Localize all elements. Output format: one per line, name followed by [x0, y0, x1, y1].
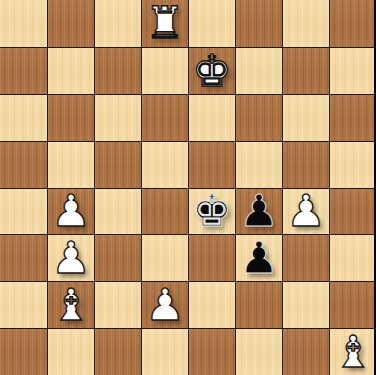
- piece-white-bishop[interactable]: ♝: [51, 283, 90, 327]
- piece-white-rook[interactable]: ♜: [145, 1, 184, 45]
- square-f7[interactable]: [235, 47, 282, 94]
- square-e8[interactable]: [188, 0, 235, 47]
- square-c6[interactable]: [94, 94, 141, 141]
- square-f8[interactable]: [235, 0, 282, 47]
- square-f2[interactable]: [235, 281, 282, 328]
- square-a6[interactable]: [0, 94, 47, 141]
- square-e7[interactable]: ♚: [188, 47, 235, 94]
- square-c8[interactable]: [94, 0, 141, 47]
- square-d3[interactable]: [141, 234, 188, 281]
- square-b4[interactable]: ♟: [47, 188, 94, 235]
- square-h1[interactable]: ♝: [329, 328, 376, 375]
- square-c7[interactable]: [94, 47, 141, 94]
- square-b5[interactable]: [47, 141, 94, 188]
- square-a5[interactable]: [0, 141, 47, 188]
- piece-black-king[interactable]: ♚: [192, 189, 231, 233]
- square-d1[interactable]: [141, 328, 188, 375]
- square-c2[interactable]: [94, 281, 141, 328]
- square-g8[interactable]: [282, 0, 329, 47]
- piece-white-pawn[interactable]: ♟: [286, 189, 325, 233]
- square-b3[interactable]: ♟: [47, 234, 94, 281]
- piece-white-pawn[interactable]: ♟: [51, 236, 90, 280]
- square-g1[interactable]: [282, 328, 329, 375]
- square-g4[interactable]: ♟: [282, 188, 329, 235]
- square-c5[interactable]: [94, 141, 141, 188]
- square-a4[interactable]: [0, 188, 47, 235]
- square-b7[interactable]: [47, 47, 94, 94]
- square-e2[interactable]: [188, 281, 235, 328]
- chess-board: ♜♚♟♚♟♟♟♟♝♟♝: [0, 0, 376, 375]
- square-f6[interactable]: [235, 94, 282, 141]
- square-e4[interactable]: ♚: [188, 188, 235, 235]
- square-a3[interactable]: [0, 234, 47, 281]
- square-h6[interactable]: [329, 94, 376, 141]
- square-a8[interactable]: [0, 0, 47, 47]
- square-h4[interactable]: [329, 188, 376, 235]
- square-a7[interactable]: [0, 47, 47, 94]
- square-d7[interactable]: [141, 47, 188, 94]
- square-a1[interactable]: [0, 328, 47, 375]
- square-c3[interactable]: [94, 234, 141, 281]
- piece-white-bishop[interactable]: ♝: [333, 330, 372, 374]
- square-f5[interactable]: [235, 141, 282, 188]
- piece-black-pawn[interactable]: ♟: [239, 189, 278, 233]
- square-d4[interactable]: [141, 188, 188, 235]
- square-b8[interactable]: [47, 0, 94, 47]
- square-d8[interactable]: ♜: [141, 0, 188, 47]
- square-d6[interactable]: [141, 94, 188, 141]
- square-b1[interactable]: [47, 328, 94, 375]
- piece-white-king[interactable]: ♚: [192, 49, 231, 93]
- square-b6[interactable]: [47, 94, 94, 141]
- square-h8[interactable]: [329, 0, 376, 47]
- square-e3[interactable]: [188, 234, 235, 281]
- board-grid: ♜♚♟♚♟♟♟♟♝♟♝: [0, 0, 376, 375]
- square-g3[interactable]: [282, 234, 329, 281]
- square-g7[interactable]: [282, 47, 329, 94]
- square-h7[interactable]: [329, 47, 376, 94]
- square-f4[interactable]: ♟: [235, 188, 282, 235]
- piece-black-pawn[interactable]: ♟: [239, 236, 278, 280]
- square-d5[interactable]: [141, 141, 188, 188]
- square-b2[interactable]: ♝: [47, 281, 94, 328]
- square-h5[interactable]: [329, 141, 376, 188]
- square-h3[interactable]: [329, 234, 376, 281]
- square-d2[interactable]: ♟: [141, 281, 188, 328]
- square-c1[interactable]: [94, 328, 141, 375]
- square-a2[interactable]: [0, 281, 47, 328]
- square-e5[interactable]: [188, 141, 235, 188]
- piece-white-pawn[interactable]: ♟: [51, 189, 90, 233]
- square-h2[interactable]: [329, 281, 376, 328]
- square-c4[interactable]: [94, 188, 141, 235]
- square-e6[interactable]: [188, 94, 235, 141]
- square-g5[interactable]: [282, 141, 329, 188]
- square-g2[interactable]: [282, 281, 329, 328]
- square-f1[interactable]: [235, 328, 282, 375]
- square-f3[interactable]: ♟: [235, 234, 282, 281]
- piece-white-pawn[interactable]: ♟: [145, 283, 184, 327]
- square-g6[interactable]: [282, 94, 329, 141]
- square-e1[interactable]: [188, 328, 235, 375]
